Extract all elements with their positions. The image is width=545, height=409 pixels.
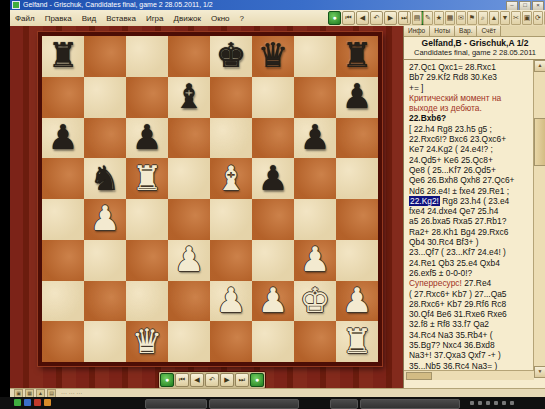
notation-tool-icon-12[interactable]: ⟳: [533, 11, 543, 25]
square-b8[interactable]: [84, 36, 126, 77]
notation-line[interactable]: 28.Rxc6+ Kb7 29.Rf6 Rc8: [409, 299, 537, 309]
notation-line[interactable]: += ]: [409, 83, 537, 93]
notation-line[interactable]: 30.Qf4 Be6 31.Rxe6 Rxe6: [409, 309, 537, 319]
square-h5[interactable]: [336, 158, 378, 199]
quicklaunch-icon-2[interactable]: [24, 399, 31, 406]
prev-move-icon[interactable]: ◀: [356, 11, 369, 25]
square-b1[interactable]: [84, 321, 126, 362]
square-e1[interactable]: [210, 321, 252, 362]
square-f6[interactable]: [252, 118, 294, 159]
event-date: Candidates final, game 2 28.05.2011: [406, 48, 544, 57]
notation-line[interactable]: 22.Rxc6!? Bxc6 23.Qxc6+: [409, 134, 537, 144]
notation-line[interactable]: 23...Qf7 ( 23...Kf7 24.e4! ): [409, 247, 537, 257]
square-h3[interactable]: [336, 240, 378, 281]
window-title: Gelfand - Grischuk, Candidates final, ga…: [23, 1, 463, 9]
square-b6[interactable]: [84, 118, 126, 159]
nav-prev-icon[interactable]: ◀: [190, 373, 204, 387]
square-g2[interactable]: ♚: [294, 281, 336, 322]
notation-tool-icon-4[interactable]: ▦: [445, 11, 455, 25]
square-d1[interactable]: [168, 321, 210, 362]
last-move-icon[interactable]: ⏭: [398, 11, 411, 25]
square-a3[interactable]: [42, 240, 84, 281]
quicklaunch-icon-1[interactable]: [14, 399, 21, 406]
piece-white-rook: ♜: [132, 158, 162, 198]
notation-line[interactable]: Nd6 28.e4! ± fxe4 29.Re1 ;: [409, 186, 537, 196]
piece-black-pawn: ♟: [258, 158, 288, 198]
notation-line[interactable]: выходе из дебюта.: [409, 103, 537, 113]
square-c7[interactable]: [126, 77, 168, 118]
piece-white-pawn: ♟: [300, 239, 330, 279]
tab-вар[interactable]: Вар.: [455, 26, 477, 36]
square-h4[interactable]: [336, 199, 378, 240]
square-c3[interactable]: [126, 240, 168, 281]
square-a2[interactable]: [42, 281, 84, 322]
notation-line[interactable]: 35.Bg7? Nxc4 36.Bxd8: [409, 340, 537, 350]
notation-vscrollbar[interactable]: ▲ ▼: [533, 60, 545, 378]
nav-start-icon[interactable]: ●: [160, 373, 174, 387]
notation-tool-icon-2[interactable]: ✎: [423, 11, 433, 25]
piece-black-rook: ♜: [48, 35, 78, 75]
menu-item-вид[interactable]: Вид: [77, 11, 101, 26]
notation-toolbar: ▤✎★▦✉⚑⌕▲▼✂▣⟳≡+: [412, 11, 545, 25]
square-d4[interactable]: [168, 199, 210, 240]
nav-takeback-icon[interactable]: ↶: [205, 373, 219, 387]
notation-line[interactable]: a5 26.bxa5 Rxa5 27.Rb1?: [409, 216, 537, 226]
square-g5[interactable]: [294, 158, 336, 199]
takeback-icon[interactable]: ↶: [370, 11, 383, 25]
square-b4[interactable]: ♟: [84, 199, 126, 240]
toolbar-divider: [407, 12, 408, 23]
square-g1[interactable]: [294, 321, 336, 362]
menu-item-игра[interactable]: Игра: [141, 11, 169, 26]
notation-line[interactable]: Qb4 30.Rc4 Bf3+ ): [409, 237, 537, 247]
menu-item-правка[interactable]: Правка: [40, 11, 77, 26]
menu-item-вставка[interactable]: Вставка: [101, 11, 141, 26]
playback-toolbar: ●⏮◀↶▶⏭●: [328, 11, 425, 25]
nav-first-icon[interactable]: ⏮: [175, 373, 189, 387]
notation-line[interactable]: ( 27.Rxc6+ Kb7 ) 27...Qa5: [409, 289, 537, 299]
square-g7[interactable]: [294, 77, 336, 118]
notation-tool-icon-1[interactable]: ▤: [412, 11, 422, 25]
square-d7[interactable]: ♝: [168, 77, 210, 118]
notation-tool-icon-7[interactable]: ⌕: [478, 11, 488, 25]
square-h8[interactable]: ♜: [336, 36, 378, 77]
app-icon: [12, 1, 20, 9]
square-f8[interactable]: ♛: [252, 36, 294, 77]
board-panel: ♜♚♛♜♝♟♟♟♟♞♜♝♟♟♟♟♟♟♚♟♛♜ ●⏮◀↶▶⏭●: [10, 26, 403, 390]
square-a7[interactable]: [42, 77, 84, 118]
status-text: ··· ··· ···: [61, 390, 82, 396]
menu-item-движок[interactable]: Движок: [169, 11, 206, 26]
menu-item-окно[interactable]: Окно: [206, 11, 235, 26]
menu-item-[interactable]: ?: [235, 11, 249, 26]
square-f2[interactable]: ♟: [252, 281, 294, 322]
tray-icon-6[interactable]: [510, 401, 514, 405]
notation-line[interactable]: fxe4 24.dxe4 Qe7 25.h4: [409, 206, 537, 216]
square-h7[interactable]: ♟: [336, 77, 378, 118]
piece-black-rook: ♜: [342, 35, 372, 75]
notation-line[interactable]: Qe8 ( 25...Kf7 26.Qd5+: [409, 165, 537, 175]
square-a5[interactable]: [42, 158, 84, 199]
notation-panel: ИнфоНотыВар.Счёт Gelfand,B - Grischuk,A …: [403, 26, 545, 390]
square-d8[interactable]: [168, 36, 210, 77]
menu-item-файл[interactable]: Файл: [10, 11, 40, 26]
hscroll-thumb[interactable]: [406, 372, 432, 380]
quicklaunch-icon-4[interactable]: [44, 399, 51, 406]
players-result: Gelfand,B - Grischuk,A 1/2: [406, 38, 544, 48]
square-d2[interactable]: [168, 281, 210, 322]
board-frame: ♜♚♛♜♝♟♟♟♟♞♜♝♟♟♟♟♟♟♚♟♛♜: [38, 32, 382, 366]
square-h6[interactable]: [336, 118, 378, 159]
piece-white-queen: ♛: [132, 321, 162, 361]
square-h2[interactable]: ♟: [336, 281, 378, 322]
nav-end-icon[interactable]: ●: [250, 373, 264, 387]
piece-white-pawn: ♟: [174, 239, 204, 279]
task-button-3[interactable]: [330, 399, 358, 409]
piece-black-knight: ♞: [90, 158, 120, 198]
piece-white-king: ♚: [300, 280, 330, 320]
square-f4[interactable]: [252, 199, 294, 240]
square-c6[interactable]: ♟: [126, 118, 168, 159]
tab-инфо[interactable]: Инфо: [404, 26, 430, 36]
piece-white-pawn: ♟: [342, 280, 372, 320]
current-move-highlight[interactable]: 22.Kg2!: [409, 196, 440, 206]
quicklaunch-icon-3[interactable]: [34, 399, 41, 406]
square-c4[interactable]: [126, 199, 168, 240]
square-e6[interactable]: [210, 118, 252, 159]
notation-line[interactable]: 24.Qd5+ Ke6 25.Qc8+: [409, 155, 537, 165]
piece-white-pawn: ♟: [216, 280, 246, 320]
square-a1[interactable]: [42, 321, 84, 362]
notation-tool-icon-3[interactable]: ★: [434, 11, 444, 25]
tray-icon-3[interactable]: [486, 401, 490, 405]
application-window: Gelfand - Grischuk, Candidates final, ga…: [10, 0, 545, 397]
notation-line[interactable]: Ra2+ 28.Kh1 Bg4 29.Rxc6: [409, 227, 537, 237]
media-start-icon[interactable]: ●: [328, 11, 341, 25]
square-g6[interactable]: ♟: [294, 118, 336, 159]
piece-white-rook: ♜: [342, 321, 372, 361]
notation-tool-icon-10[interactable]: ✂: [511, 11, 521, 25]
notation-tool-icon-6[interactable]: ⚑: [467, 11, 477, 25]
square-d6[interactable]: [168, 118, 210, 159]
tray-icon-1[interactable]: [470, 401, 474, 405]
square-g4[interactable]: [294, 199, 336, 240]
piece-black-pawn: ♟: [132, 117, 162, 157]
square-e7[interactable]: [210, 77, 252, 118]
square-f3[interactable]: [252, 240, 294, 281]
tray-icon-5[interactable]: [502, 401, 506, 405]
notation-line[interactable]: Bb7 29.Kf2 Rd8 30.Ke3: [409, 72, 537, 82]
taskbar: [0, 397, 545, 409]
square-c2[interactable]: [126, 281, 168, 322]
notation-line[interactable]: Суперресурс! 27.Re4: [409, 278, 537, 288]
piece-black-queen: ♛: [258, 35, 288, 75]
square-f5[interactable]: ♟: [252, 158, 294, 199]
piece-black-king: ♚: [216, 35, 246, 75]
notation-line[interactable]: 22.Kg2! Rg8 23.h4 ( 23.e4: [409, 196, 537, 206]
nav-next-icon[interactable]: ▶: [220, 373, 234, 387]
tab-ноты[interactable]: Ноты: [430, 26, 455, 36]
square-c5[interactable]: ♜: [126, 158, 168, 199]
task-button-2[interactable]: [209, 399, 299, 409]
square-e8[interactable]: ♚: [210, 36, 252, 77]
title-bar: Gelfand - Grischuk, Candidates final, ga…: [10, 0, 545, 10]
notation-line[interactable]: Критический момент на: [409, 93, 537, 103]
square-f1[interactable]: [252, 321, 294, 362]
next-move-icon[interactable]: ▶: [384, 11, 397, 25]
square-e3[interactable]: [210, 240, 252, 281]
piece-black-pawn: ♟: [342, 76, 372, 116]
square-a6[interactable]: ♟: [42, 118, 84, 159]
piece-white-bishop: ♝: [216, 158, 246, 198]
piece-white-pawn: ♟: [90, 198, 120, 238]
square-b7[interactable]: [84, 77, 126, 118]
piece-black-pawn: ♟: [300, 117, 330, 157]
task-button-4[interactable]: [360, 399, 460, 409]
game-nav-toolbar: ●⏮◀↶▶⏭●: [158, 371, 266, 389]
square-b2[interactable]: [84, 281, 126, 322]
chess-board: ♜♚♛♜♝♟♟♟♟♞♜♝♟♟♟♟♟♟♚♟♛♜: [42, 36, 378, 362]
piece-white-pawn: ♟: [258, 280, 288, 320]
tray-icon-2[interactable]: [478, 401, 482, 405]
square-b3[interactable]: [84, 240, 126, 281]
square-f7[interactable]: [252, 77, 294, 118]
square-d5[interactable]: [168, 158, 210, 199]
notation-hscrollbar[interactable]: [404, 370, 534, 380]
task-button-1[interactable]: [145, 399, 207, 409]
first-move-icon[interactable]: ⏮: [342, 11, 355, 25]
tray-icon-4[interactable]: [494, 401, 498, 405]
square-e2[interactable]: ♟: [210, 281, 252, 322]
notation-line[interactable]: Na3+! 37.Qxa3 Qxf7 -+ ): [409, 350, 537, 360]
game-header: Gelfand,B - Grischuk,A 1/2 Candidates fi…: [404, 37, 545, 60]
square-g8[interactable]: [294, 36, 336, 77]
tab-счт[interactable]: Счёт: [477, 26, 501, 36]
square-g3[interactable]: ♟: [294, 240, 336, 281]
square-h1[interactable]: ♜: [336, 321, 378, 362]
square-c8[interactable]: [126, 36, 168, 77]
notation-line[interactable]: [ 22.h4 Rg8 23.h5 g5 ;: [409, 124, 537, 134]
notation-line[interactable]: Qe6 26.Bxh8 Qxh8 27.Qc6+: [409, 175, 537, 185]
square-d3[interactable]: ♟: [168, 240, 210, 281]
notation-line[interactable]: 27.Qc1 Qxc1= 28.Rxc1: [409, 62, 537, 72]
square-a4[interactable]: [42, 199, 84, 240]
piece-black-pawn: ♟: [48, 117, 78, 157]
notation-line[interactable]: Ke7 24.Kg2 ( 24.e4!? ;: [409, 144, 537, 154]
notation-line[interactable]: 26.exf5 ± 0-0-0!?: [409, 268, 537, 278]
scroll-thumb[interactable]: [534, 118, 545, 166]
square-e4[interactable]: [210, 199, 252, 240]
piece-black-bishop: ♝: [174, 76, 204, 116]
panel-tabs: ИнфоНотыВар.Счёт: [404, 26, 545, 37]
square-c1[interactable]: ♛: [126, 321, 168, 362]
square-a8[interactable]: ♜: [42, 36, 84, 77]
notation-line[interactable]: 32.f8 ± Rf8 33.f7 Qa2: [409, 319, 537, 329]
notation-tool-icon-11[interactable]: ▣: [522, 11, 532, 25]
scroll-down-icon[interactable]: ▼: [534, 366, 545, 378]
notation-line[interactable]: 34.Rc4 Na3 35.Rb4+ (: [409, 330, 537, 340]
notation-tool-icon-5[interactable]: ✉: [456, 11, 466, 25]
square-b5[interactable]: ♞: [84, 158, 126, 199]
notation-line[interactable]: 22.Bxb6?: [409, 113, 537, 123]
nav-last-icon[interactable]: ⏭: [235, 373, 249, 387]
status-bar: ▣▦▲▤··· ··· ···: [10, 388, 545, 397]
notation-tool-icon-9[interactable]: ▼: [500, 11, 510, 25]
notation-text: 27.Qc1 Qxc1= 28.Rxc1Bb7 29.Kf2 Rd8 30.Ke…: [404, 60, 537, 380]
square-e5[interactable]: ♝: [210, 158, 252, 199]
scroll-up-icon[interactable]: ▲: [534, 60, 545, 72]
notation-line[interactable]: 24.Re1 Qb3 25.e4 Qxb4: [409, 258, 537, 268]
notation-tool-icon-8[interactable]: ▲: [489, 11, 499, 25]
